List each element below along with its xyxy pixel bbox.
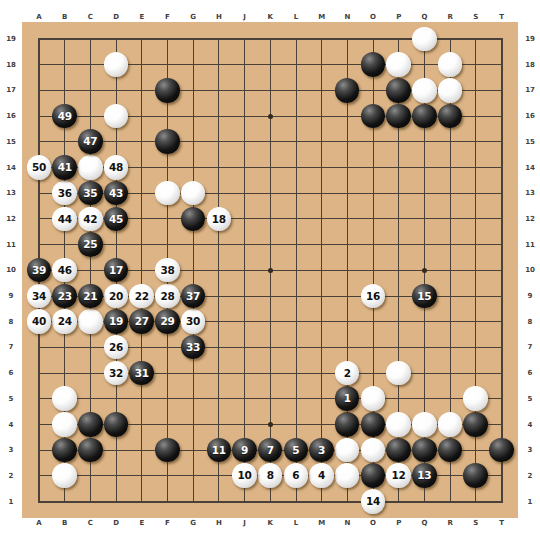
stone-white-G13[interactable] [181, 181, 206, 206]
coord-letter-bottom-H: H [216, 519, 222, 527]
stone-white-D16[interactable] [104, 104, 129, 129]
move-number: 29 [160, 316, 174, 327]
move-number: 27 [135, 316, 149, 327]
stone-black-G12[interactable] [181, 207, 206, 232]
move-29-F8[interactable]: 29 [155, 309, 180, 334]
coord-number-left-5: 5 [9, 395, 14, 403]
coord-number-left-19: 19 [6, 35, 16, 43]
move-number: 33 [186, 342, 200, 353]
coord-letter-top-B: B [62, 13, 67, 21]
coord-letter-bottom-S: S [473, 519, 478, 527]
coord-letter-bottom-M: M [318, 519, 325, 527]
coord-number-left-6: 6 [9, 369, 14, 377]
move-number: 46 [58, 265, 72, 276]
move-number: 37 [186, 291, 200, 302]
move-41-B14[interactable]: 41 [52, 155, 77, 180]
move-number: 4 [318, 470, 325, 481]
stone-black-N4[interactable] [335, 412, 360, 437]
move-35-C13[interactable]: 35 [78, 181, 103, 206]
move-9-J3[interactable]: 9 [232, 438, 257, 463]
stone-black-B3[interactable] [52, 438, 77, 463]
move-number: 14 [366, 496, 380, 507]
coord-number-right-17: 17 [525, 86, 535, 94]
coord-number-left-12: 12 [6, 215, 16, 223]
move-number: 31 [135, 368, 149, 379]
coord-number-right-3: 3 [528, 446, 533, 454]
coord-letter-top-K: K [268, 13, 273, 21]
stone-black-O4[interactable] [361, 412, 386, 437]
coord-letter-bottom-F: F [165, 519, 170, 527]
move-number: 36 [58, 188, 72, 199]
move-39-A10[interactable]: 39 [27, 258, 52, 283]
coord-number-right-12: 12 [525, 215, 535, 223]
coord-number-left-2: 2 [9, 472, 14, 480]
stone-black-F15[interactable] [155, 129, 180, 154]
stone-white-P18[interactable] [386, 52, 411, 77]
coord-number-right-13: 13 [525, 189, 535, 197]
stone-white-Q19[interactable] [412, 27, 437, 52]
move-number: 38 [160, 265, 174, 276]
stone-white-B4[interactable] [52, 412, 77, 437]
move-2-N6[interactable]: 2 [335, 361, 360, 386]
coord-number-left-7: 7 [9, 343, 14, 351]
stone-black-P16[interactable] [386, 104, 411, 129]
move-43-D13[interactable]: 43 [104, 181, 129, 206]
move-1-N5[interactable]: 1 [335, 386, 360, 411]
move-6-L2[interactable]: 6 [284, 463, 309, 488]
stone-black-P17[interactable] [386, 78, 411, 103]
coord-letter-bottom-Q: Q [422, 519, 428, 527]
coord-letter-bottom-C: C [88, 519, 93, 527]
move-number: 39 [32, 265, 46, 276]
move-38-F10[interactable]: 38 [155, 258, 180, 283]
stone-white-B2[interactable] [52, 463, 77, 488]
stone-black-T3[interactable] [489, 438, 514, 463]
stone-white-O3[interactable] [361, 438, 386, 463]
coord-number-right-4: 4 [528, 421, 533, 429]
stone-black-F3[interactable] [155, 438, 180, 463]
coord-number-left-1: 1 [9, 498, 14, 506]
stone-black-R16[interactable] [438, 104, 463, 129]
coord-letter-top-F: F [165, 13, 170, 21]
move-number: 10 [237, 470, 251, 481]
stone-white-R17[interactable] [438, 78, 463, 103]
coord-letter-bottom-E: E [139, 519, 144, 527]
star-point-Q10 [422, 268, 427, 273]
coord-number-left-8: 8 [9, 318, 14, 326]
move-number: 45 [109, 214, 123, 225]
move-number: 42 [83, 214, 97, 225]
move-10-J2[interactable]: 10 [232, 463, 257, 488]
stone-white-F13[interactable] [155, 181, 180, 206]
coord-letter-bottom-T: T [499, 519, 504, 527]
coord-letter-bottom-P: P [396, 519, 401, 527]
coord-letter-top-C: C [88, 13, 93, 21]
move-47-C15[interactable]: 47 [78, 129, 103, 154]
move-number: 35 [83, 188, 97, 199]
coord-number-right-15: 15 [525, 138, 535, 146]
move-number: 5 [292, 445, 299, 456]
coord-letter-top-O: O [370, 13, 376, 21]
move-number: 48 [109, 162, 123, 173]
move-37-G9[interactable]: 37 [181, 284, 206, 309]
move-number: 40 [32, 316, 46, 327]
move-number: 8 [267, 470, 274, 481]
move-number: 41 [58, 162, 72, 173]
stone-black-Q16[interactable] [412, 104, 437, 129]
coord-letter-bottom-J: J [243, 519, 246, 527]
stone-white-O5[interactable] [361, 386, 386, 411]
coord-number-left-4: 4 [9, 421, 14, 429]
stone-black-C4[interactable] [78, 412, 103, 437]
coord-number-right-7: 7 [528, 343, 533, 351]
move-number: 28 [160, 291, 174, 302]
move-4-M2[interactable]: 4 [309, 463, 334, 488]
stone-black-Q3[interactable] [412, 438, 437, 463]
move-8-K2[interactable]: 8 [258, 463, 283, 488]
coord-number-left-14: 14 [6, 164, 16, 172]
stone-white-P4[interactable] [386, 412, 411, 437]
coord-letter-top-L: L [294, 13, 298, 21]
star-point-K4 [268, 422, 273, 427]
move-number: 24 [58, 316, 72, 327]
stone-white-Q4[interactable] [412, 412, 437, 437]
coord-letter-top-T: T [499, 13, 504, 21]
stone-white-Q17[interactable] [412, 78, 437, 103]
coord-letter-top-G: G [190, 13, 196, 21]
move-33-G7[interactable]: 33 [181, 335, 206, 360]
star-point-K10 [268, 268, 273, 273]
move-number: 20 [109, 291, 123, 302]
move-number: 26 [109, 342, 123, 353]
coord-letter-top-R: R [447, 13, 452, 21]
coord-letter-top-Q: Q [422, 13, 428, 21]
coord-letter-top-M: M [318, 13, 325, 21]
goban[interactable]: 1234567891011121314151617181920212223242… [26, 26, 514, 514]
move-40-A8[interactable]: 40 [27, 309, 52, 334]
stone-black-N17[interactable] [335, 78, 360, 103]
stone-white-C14[interactable] [78, 155, 103, 180]
coord-number-right-14: 14 [525, 164, 535, 172]
coord-number-right-18: 18 [525, 61, 535, 69]
move-11-H3[interactable]: 11 [207, 438, 232, 463]
coord-number-left-10: 10 [6, 266, 16, 274]
move-number: 11 [212, 445, 226, 456]
coord-letter-bottom-L: L [294, 519, 298, 527]
coord-number-left-3: 3 [9, 446, 14, 454]
move-number: 50 [32, 162, 46, 173]
move-number: 16 [366, 291, 380, 302]
stone-white-B5[interactable] [52, 386, 77, 411]
move-number: 49 [58, 111, 72, 122]
move-42-C12[interactable]: 42 [78, 207, 103, 232]
move-36-B13[interactable]: 36 [52, 181, 77, 206]
coord-letter-top-J: J [243, 13, 246, 21]
move-number: 18 [212, 214, 226, 225]
move-21-C9[interactable]: 21 [78, 284, 103, 309]
move-number: 32 [109, 368, 123, 379]
coord-number-right-2: 2 [528, 472, 533, 480]
move-30-G8[interactable]: 30 [181, 309, 206, 334]
move-14-O1[interactable]: 14 [361, 489, 386, 514]
move-7-K3[interactable]: 7 [258, 438, 283, 463]
stone-white-R18[interactable] [438, 52, 463, 77]
coord-number-right-1: 1 [528, 498, 533, 506]
coord-letter-top-E: E [139, 13, 144, 21]
move-number: 12 [392, 470, 406, 481]
move-18-H12[interactable]: 18 [207, 207, 232, 232]
coord-number-right-9: 9 [528, 292, 533, 300]
coord-letter-bottom-G: G [190, 519, 196, 527]
coord-number-right-6: 6 [528, 369, 533, 377]
coord-letter-bottom-B: B [62, 519, 67, 527]
move-25-C11[interactable]: 25 [78, 232, 103, 257]
move-number: 13 [417, 470, 431, 481]
move-number: 17 [109, 265, 123, 276]
move-17-D10[interactable]: 17 [104, 258, 129, 283]
move-number: 9 [241, 445, 248, 456]
move-28-F9[interactable]: 28 [155, 284, 180, 309]
move-number: 23 [58, 291, 72, 302]
move-number: 19 [109, 316, 123, 327]
move-31-E6[interactable]: 31 [129, 361, 154, 386]
move-34-A9[interactable]: 34 [27, 284, 52, 309]
coord-letter-top-A: A [36, 13, 41, 21]
move-number: 21 [83, 291, 97, 302]
coord-number-left-17: 17 [6, 86, 16, 94]
move-number: 44 [58, 214, 72, 225]
stone-black-O18[interactable] [361, 52, 386, 77]
move-number: 3 [318, 445, 325, 456]
coord-letter-bottom-K: K [268, 519, 273, 527]
move-24-B8[interactable]: 24 [52, 309, 77, 334]
stone-black-R3[interactable] [438, 438, 463, 463]
go-kifu-diagram: 1234567891011121314151617181920212223242… [0, 0, 540, 540]
move-16-O9[interactable]: 16 [361, 284, 386, 309]
move-number: 7 [267, 445, 274, 456]
coord-number-left-15: 15 [6, 138, 16, 146]
coord-number-right-16: 16 [525, 112, 535, 120]
move-26-D7[interactable]: 26 [104, 335, 129, 360]
stone-black-D4[interactable] [104, 412, 129, 437]
coord-number-left-13: 13 [6, 189, 16, 197]
coord-number-left-16: 16 [6, 112, 16, 120]
star-point-K16 [268, 114, 273, 119]
move-44-B12[interactable]: 44 [52, 207, 77, 232]
move-32-D6[interactable]: 32 [104, 361, 129, 386]
move-48-D14[interactable]: 48 [104, 155, 129, 180]
coord-number-right-10: 10 [525, 266, 535, 274]
move-45-D12[interactable]: 45 [104, 207, 129, 232]
coord-letter-bottom-O: O [370, 519, 376, 527]
move-22-E9[interactable]: 22 [129, 284, 154, 309]
move-number: 47 [83, 136, 97, 147]
move-15-Q9[interactable]: 15 [412, 284, 437, 309]
move-27-E8[interactable]: 27 [129, 309, 154, 334]
move-number: 34 [32, 291, 46, 302]
move-12-P2[interactable]: 12 [386, 463, 411, 488]
stone-black-P3[interactable] [386, 438, 411, 463]
move-number: 1 [344, 393, 351, 404]
stone-white-R4[interactable] [438, 412, 463, 437]
coord-letter-top-H: H [216, 13, 222, 21]
coord-number-right-8: 8 [528, 318, 533, 326]
stone-white-S5[interactable] [463, 386, 488, 411]
move-number: 6 [292, 470, 299, 481]
stone-white-D18[interactable] [104, 52, 129, 77]
move-number: 2 [344, 368, 351, 379]
move-13-Q2[interactable]: 13 [412, 463, 437, 488]
stone-white-C8[interactable] [78, 309, 103, 334]
coord-letter-bottom-N: N [344, 519, 350, 527]
stone-black-O16[interactable] [361, 104, 386, 129]
move-23-B9[interactable]: 23 [52, 284, 77, 309]
coord-letter-bottom-R: R [447, 519, 452, 527]
coord-number-left-9: 9 [9, 292, 14, 300]
stone-black-S4[interactable] [463, 412, 488, 437]
move-number: 25 [83, 239, 97, 250]
stone-black-C3[interactable] [78, 438, 103, 463]
coord-letter-top-S: S [473, 13, 478, 21]
coord-letter-top-P: P [396, 13, 401, 21]
move-46-B10[interactable]: 46 [52, 258, 77, 283]
coord-number-right-11: 11 [525, 241, 535, 249]
stone-black-O2[interactable] [361, 463, 386, 488]
move-5-L3[interactable]: 5 [284, 438, 309, 463]
stone-white-N3[interactable] [335, 438, 360, 463]
move-number: 22 [135, 291, 149, 302]
move-3-M3[interactable]: 3 [309, 438, 334, 463]
coord-number-right-19: 19 [525, 35, 535, 43]
move-50-A14[interactable]: 50 [27, 155, 52, 180]
move-49-B16[interactable]: 49 [52, 104, 77, 129]
coord-letter-top-D: D [113, 13, 119, 21]
coord-number-right-5: 5 [528, 395, 533, 403]
move-number: 30 [186, 316, 200, 327]
move-number: 43 [109, 188, 123, 199]
move-20-D9[interactable]: 20 [104, 284, 129, 309]
coord-letter-bottom-A: A [36, 519, 41, 527]
coord-number-left-18: 18 [6, 61, 16, 69]
coord-letter-bottom-D: D [113, 519, 119, 527]
stone-black-F17[interactable] [155, 78, 180, 103]
stone-white-P6[interactable] [386, 361, 411, 386]
stone-white-N2[interactable] [335, 463, 360, 488]
coord-letter-top-N: N [344, 13, 350, 21]
coord-number-left-11: 11 [6, 241, 16, 249]
move-number: 15 [417, 291, 431, 302]
stone-black-S2[interactable] [463, 463, 488, 488]
move-19-D8[interactable]: 19 [104, 309, 129, 334]
